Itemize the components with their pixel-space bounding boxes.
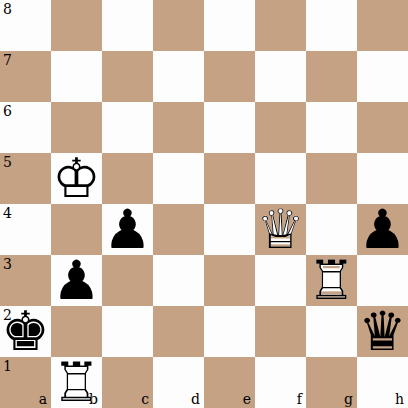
square-g3[interactable]: ♜♖ bbox=[306, 255, 357, 306]
square-g7[interactable] bbox=[306, 51, 357, 102]
square-g4[interactable] bbox=[306, 204, 357, 255]
king-glyph-outline: ♔ bbox=[51, 153, 102, 204]
square-h3[interactable] bbox=[357, 255, 408, 306]
square-g1[interactable]: g bbox=[306, 357, 357, 408]
square-c8[interactable] bbox=[102, 0, 153, 51]
square-a8[interactable]: 8 bbox=[0, 0, 51, 51]
piece-white-queen[interactable]: ♛♕ bbox=[255, 204, 306, 255]
rank-label-5: 5 bbox=[3, 155, 12, 169]
file-label-a: a bbox=[39, 392, 47, 406]
rank-label-1: 1 bbox=[3, 359, 12, 373]
square-h2[interactable]: ♛ bbox=[357, 306, 408, 357]
square-d3[interactable] bbox=[153, 255, 204, 306]
square-f5[interactable] bbox=[255, 153, 306, 204]
square-d5[interactable] bbox=[153, 153, 204, 204]
piece-white-rook[interactable]: ♜♖ bbox=[51, 357, 102, 408]
square-b5[interactable]: ♚♔ bbox=[51, 153, 102, 204]
rank-label-6: 6 bbox=[3, 104, 12, 118]
square-c4[interactable]: ♟ bbox=[102, 204, 153, 255]
square-d2[interactable] bbox=[153, 306, 204, 357]
rank-label-3: 3 bbox=[3, 257, 12, 271]
square-e3[interactable] bbox=[204, 255, 255, 306]
file-label-g: g bbox=[344, 392, 353, 406]
square-f1[interactable]: f bbox=[255, 357, 306, 408]
square-c5[interactable] bbox=[102, 153, 153, 204]
file-label-h: h bbox=[395, 392, 404, 406]
square-f4[interactable]: ♛♕ bbox=[255, 204, 306, 255]
square-c6[interactable] bbox=[102, 102, 153, 153]
square-g6[interactable] bbox=[306, 102, 357, 153]
square-h7[interactable] bbox=[357, 51, 408, 102]
square-d6[interactable] bbox=[153, 102, 204, 153]
rank-label-4: 4 bbox=[3, 206, 12, 220]
square-c1[interactable]: c bbox=[102, 357, 153, 408]
rook-glyph-outline: ♖ bbox=[306, 255, 357, 306]
chess-board: 8765♚♔4♟♛♕♟3♟♜♖2♚♛1ab♜♖cdefgh bbox=[0, 0, 408, 408]
rank-label-8: 8 bbox=[3, 2, 12, 16]
square-b4[interactable] bbox=[51, 204, 102, 255]
square-h5[interactable] bbox=[357, 153, 408, 204]
piece-black-pawn[interactable]: ♟ bbox=[102, 204, 153, 255]
square-d4[interactable] bbox=[153, 204, 204, 255]
square-c7[interactable] bbox=[102, 51, 153, 102]
piece-black-queen[interactable]: ♛ bbox=[357, 306, 408, 357]
square-a1[interactable]: 1a bbox=[0, 357, 51, 408]
square-h6[interactable] bbox=[357, 102, 408, 153]
square-e5[interactable] bbox=[204, 153, 255, 204]
square-e1[interactable]: e bbox=[204, 357, 255, 408]
square-b2[interactable] bbox=[51, 306, 102, 357]
square-a7[interactable]: 7 bbox=[0, 51, 51, 102]
square-f6[interactable] bbox=[255, 102, 306, 153]
piece-black-king[interactable]: ♚ bbox=[0, 306, 51, 357]
square-h1[interactable]: h bbox=[357, 357, 408, 408]
file-label-d: d bbox=[191, 392, 200, 406]
square-b6[interactable] bbox=[51, 102, 102, 153]
square-a2[interactable]: 2♚ bbox=[0, 306, 51, 357]
piece-black-pawn[interactable]: ♟ bbox=[357, 204, 408, 255]
queen-glyph-outline: ♕ bbox=[255, 204, 306, 255]
square-d1[interactable]: d bbox=[153, 357, 204, 408]
square-g8[interactable] bbox=[306, 0, 357, 51]
square-e8[interactable] bbox=[204, 0, 255, 51]
square-a6[interactable]: 6 bbox=[0, 102, 51, 153]
square-h8[interactable] bbox=[357, 0, 408, 51]
file-label-c: c bbox=[141, 392, 149, 406]
square-b8[interactable] bbox=[51, 0, 102, 51]
square-e6[interactable] bbox=[204, 102, 255, 153]
square-h4[interactable]: ♟ bbox=[357, 204, 408, 255]
square-c2[interactable] bbox=[102, 306, 153, 357]
square-e2[interactable] bbox=[204, 306, 255, 357]
square-f7[interactable] bbox=[255, 51, 306, 102]
square-b3[interactable]: ♟ bbox=[51, 255, 102, 306]
square-b7[interactable] bbox=[51, 51, 102, 102]
square-a3[interactable]: 3 bbox=[0, 255, 51, 306]
square-c3[interactable] bbox=[102, 255, 153, 306]
file-label-e: e bbox=[243, 392, 251, 406]
piece-white-king[interactable]: ♚♔ bbox=[51, 153, 102, 204]
rank-label-7: 7 bbox=[3, 53, 12, 67]
square-a4[interactable]: 4 bbox=[0, 204, 51, 255]
square-e4[interactable] bbox=[204, 204, 255, 255]
square-d7[interactable] bbox=[153, 51, 204, 102]
square-e7[interactable] bbox=[204, 51, 255, 102]
file-label-f: f bbox=[297, 392, 302, 406]
piece-black-pawn[interactable]: ♟ bbox=[51, 255, 102, 306]
square-b1[interactable]: b♜♖ bbox=[51, 357, 102, 408]
square-a5[interactable]: 5 bbox=[0, 153, 51, 204]
square-f8[interactable] bbox=[255, 0, 306, 51]
rook-glyph-outline: ♖ bbox=[51, 357, 102, 408]
square-d8[interactable] bbox=[153, 0, 204, 51]
square-f2[interactable] bbox=[255, 306, 306, 357]
square-g5[interactable] bbox=[306, 153, 357, 204]
square-f3[interactable] bbox=[255, 255, 306, 306]
chess-board-wrapper: 8765♚♔4♟♛♕♟3♟♜♖2♚♛1ab♜♖cdefgh bbox=[0, 0, 408, 408]
piece-white-rook[interactable]: ♜♖ bbox=[306, 255, 357, 306]
square-g2[interactable] bbox=[306, 306, 357, 357]
